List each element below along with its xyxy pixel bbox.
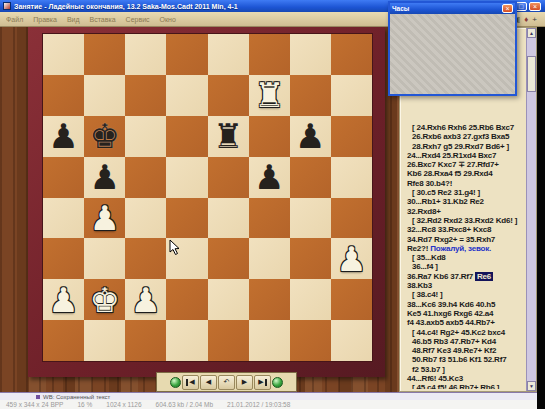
white-pawn-piece[interactable]: ♟ [48, 281, 78, 319]
square-h6[interactable] [331, 116, 372, 157]
move-text[interactable]: [ 35...Kd8 [412, 253, 446, 262]
move-text[interactable]: 46.b5 Rb3 47.Rb7+ Kd4 [412, 337, 496, 346]
move-text[interactable]: f4 43.axb5 axb5 44.Rb7+ [407, 318, 495, 327]
move-text[interactable]: [ 45.c4 f5! 46.Rb7+ Rb6 ] [412, 383, 499, 389]
square-f1[interactable] [249, 320, 290, 361]
notation-line[interactable]: 48.Rf7 Ke3 49.Re7+ Kf2 [400, 346, 525, 355]
marker-icon[interactable]: ♦ [524, 15, 528, 24]
current-move-highlight[interactable]: Re6 [475, 272, 493, 281]
engine-orb-button[interactable] [170, 377, 181, 388]
notation-line[interactable]: [ 30.c5 Re2 31.g4! ] [400, 188, 525, 197]
move-text[interactable]: [ 38.c4! ] [412, 290, 442, 299]
square-a5[interactable] [43, 157, 84, 198]
move-text[interactable]: [ 30.c5 Re2 31.g4! ] [412, 188, 480, 197]
notation-line[interactable]: 36...f4 ] [400, 262, 525, 271]
square-g6[interactable]: ♟ [290, 116, 331, 157]
notation-line[interactable]: Re2?! Пожалуй, зевок. [400, 244, 525, 253]
move-text[interactable]: 26.Rxb6 axb3 27.gxf3 Bxa5 [412, 132, 509, 141]
move-text[interactable]: 38...Kc6 39.h4 Kd6 40.h5 [407, 300, 495, 309]
notation-line[interactable]: 26.Rxb6 axb3 27.gxf3 Bxa5 [400, 132, 525, 141]
square-e8[interactable] [208, 34, 249, 75]
black-pawn-piece[interactable]: ♟ [254, 158, 284, 196]
black-rook-piece[interactable]: ♜ [213, 117, 243, 155]
square-f8[interactable] [249, 34, 290, 75]
close-icon[interactable]: × [502, 4, 513, 13]
engine-orb-button-2[interactable] [272, 377, 283, 388]
square-f3[interactable] [249, 238, 290, 279]
move-text[interactable]: 28.Rxh7 g5 29.Rxd7 Bd6+ ] [412, 142, 509, 151]
white-pawn-piece[interactable]: ♟ [89, 199, 119, 237]
square-d6[interactable] [166, 116, 207, 157]
back-button[interactable]: ◀ [200, 375, 217, 390]
go-start-button[interactable]: ◀ [182, 375, 199, 390]
plus-icon[interactable]: + [532, 15, 537, 24]
square-b1[interactable] [84, 320, 125, 361]
menu-items: ФайлПравкаВидВставкаСервисОкно [0, 16, 408, 23]
black-pawn-piece[interactable]: ♟ [48, 117, 78, 155]
square-a8[interactable] [43, 34, 84, 75]
move-text[interactable]: 30...Rb1+ 31.Kb2 Re2 [407, 197, 484, 206]
move-text[interactable]: 32...Rc8 33.Rxc8+ Kxc8 [407, 225, 491, 234]
notation-line[interactable]: [ 45.c4 f5! 46.Rb7+ Rb6 ] [400, 383, 525, 389]
menu-item-сервис[interactable]: Сервис [126, 16, 150, 23]
square-f6[interactable] [249, 116, 290, 157]
white-pawn-piece[interactable]: ♟ [131, 281, 161, 319]
square-c8[interactable] [125, 34, 166, 75]
comment-text[interactable]: Пожалуй, зевок. [430, 244, 491, 253]
square-b3[interactable] [84, 238, 125, 279]
square-b7[interactable] [84, 75, 125, 116]
square-g4[interactable] [290, 198, 331, 239]
square-c5[interactable] [125, 157, 166, 198]
square-b8[interactable] [84, 34, 125, 75]
square-g8[interactable] [290, 34, 331, 75]
scroll-down-arrow-icon[interactable]: ▼ [527, 381, 536, 391]
move-text[interactable]: Ke5 41.hxg6 Rxg6 42.a4 [407, 309, 493, 318]
clock-window-title: Часы [392, 5, 502, 12]
status-segment: 1024 x 1126 [106, 401, 141, 408]
move-text[interactable]: 24...Rxd4 25.R1xd4 Bxc7 [407, 151, 496, 160]
notation-line[interactable]: 24...Rxd4 25.R1xd4 Bxc7 [400, 151, 525, 160]
notation-line[interactable]: 30...Rb1+ 31.Kb2 Re2 [400, 197, 525, 206]
square-e4[interactable] [208, 198, 249, 239]
square-h1[interactable] [331, 320, 372, 361]
move-text[interactable]: 48.Rf7 Ke3 49.Re7+ Kf2 [412, 346, 496, 355]
menu-item-вставка[interactable]: Вставка [90, 16, 116, 23]
square-b4[interactable]: ♟ [84, 198, 125, 239]
square-h5[interactable] [331, 157, 372, 198]
square-c4[interactable] [125, 198, 166, 239]
square-d2[interactable] [166, 279, 207, 320]
square-d7[interactable] [166, 75, 207, 116]
app-window: Занятие - Ладейные окончания, 13.2 Saka-… [0, 0, 545, 409]
notation-line[interactable]: Kb6 28.Rxa4 f5 29.Rxd4 [400, 169, 525, 178]
square-a3[interactable] [43, 238, 84, 279]
notation-line[interactable]: 26.Bxc7 Kxc7 ∓ 27.Rfd7+ [400, 160, 525, 169]
square-h4[interactable] [331, 198, 372, 239]
notation-line[interactable]: [ 24.Rxh6 Rxh6 25.Rb6 Bxc7 [400, 123, 525, 132]
move-text[interactable]: Rfe8 30.b4?! [407, 179, 452, 188]
notation-line[interactable]: 28.Rxh7 g5 29.Rxd7 Bd6+ ] [400, 142, 525, 151]
letterbox-strip [537, 27, 545, 409]
menu-item-окно[interactable]: Окно [160, 16, 176, 23]
white-pawn-piece[interactable]: ♟ [336, 240, 366, 278]
notation-line[interactable]: 38...Kc6 39.h4 Kd6 40.h5 [400, 300, 525, 309]
move-text[interactable]: Kb6 28.Rxa4 f5 29.Rxd4 [407, 169, 492, 178]
black-king-piece[interactable]: ♚ [89, 117, 119, 155]
square-g3[interactable] [290, 238, 331, 279]
go-end-button[interactable]: ▶ [254, 375, 271, 390]
square-f7[interactable]: ♜ [249, 75, 290, 116]
move-text[interactable]: 34.Rd7 Rxg2+ = 35.Rxh7 [407, 235, 495, 244]
square-e5[interactable] [208, 157, 249, 198]
move-text[interactable]: 26.Bxc7 Kxc7 ∓ 27.Rfd7+ [407, 160, 499, 169]
status-segment: 604.63 kb / 2.04 Mb [156, 401, 213, 408]
move-text[interactable]: 36...f4 ] [412, 262, 438, 271]
square-h2[interactable] [331, 279, 372, 320]
square-h3[interactable]: ♟ [331, 238, 372, 279]
move-list[interactable]: [ 24.Rxh6 Rxh6 25.Rb6 Bxc726.Rxb6 axb3 2… [400, 123, 525, 389]
mouse-cursor [169, 239, 181, 256]
square-c3[interactable] [125, 238, 166, 279]
notation-line[interactable]: Ke5 41.hxg6 Rxg6 42.a4 [400, 309, 525, 318]
square-h7[interactable] [331, 75, 372, 116]
board-nav-toolbar: ◀◀↶▶▶ [156, 372, 297, 392]
move-text[interactable]: 44...Rf6! 45.Kc3 [407, 374, 463, 383]
notation-line[interactable]: 50.Rb7 f3 51.b6 Kf1 52.Rf7 [400, 355, 525, 364]
square-e6[interactable]: ♜ [208, 116, 249, 157]
notation-scrollbar[interactable]: ▲ ▼ [526, 28, 536, 391]
square-f2[interactable] [249, 279, 290, 320]
square-h8[interactable] [331, 34, 372, 75]
square-e1[interactable] [208, 320, 249, 361]
menu-item-файл[interactable]: Файл [6, 16, 23, 23]
menu-item-вид[interactable]: Вид [67, 16, 80, 23]
square-e2[interactable] [208, 279, 249, 320]
notation-line[interactable]: 36.Ra7 Kb6 37.Rf7 Re6 [400, 272, 525, 281]
notation-line[interactable]: 34.Rd7 Rxg2+ = 35.Rxh7 [400, 235, 525, 244]
white-king-piece[interactable]: ♚ [89, 281, 119, 319]
move-text[interactable]: [ 32.Rd2 Rxd2 33.Rxd2 Kd6! ] [412, 216, 517, 225]
square-c2[interactable]: ♟ [125, 279, 166, 320]
notation-line[interactable]: [ 32.Rd2 Rxd2 33.Rxd2 Kd6! ] [400, 216, 525, 225]
square-g1[interactable] [290, 320, 331, 361]
move-text[interactable]: [ 44.c4! Rg2+ 45.Kc2 bxc4 [412, 328, 505, 337]
status-text: WB: Сохраненный текст [43, 394, 110, 400]
square-f5[interactable]: ♟ [249, 157, 290, 198]
close-button[interactable]: × [529, 2, 541, 11]
move-text[interactable]: f2 53.b7 ] [412, 365, 445, 374]
notation-line[interactable]: [ 35...Kd8 [400, 253, 525, 262]
square-b5[interactable]: ♟ [84, 157, 125, 198]
square-g2[interactable] [290, 279, 331, 320]
menu-item-правка[interactable]: Правка [33, 16, 57, 23]
notation-line[interactable]: f4 43.axb5 axb5 44.Rb7+ [400, 318, 525, 327]
clock-window-body [390, 14, 515, 94]
square-f4[interactable] [249, 198, 290, 239]
square-a7[interactable] [43, 75, 84, 116]
square-a1[interactable] [43, 320, 84, 361]
app-icon [3, 2, 11, 10]
chess-board-frame: ♜♟♚♜♟♟♟♟♟♟♚♟ [28, 27, 385, 377]
clock-window-titlebar[interactable]: Часы × [390, 3, 515, 14]
move-text[interactable]: 38.Kb3 [407, 281, 432, 290]
square-a2[interactable]: ♟ [43, 279, 84, 320]
move-text[interactable]: [ 24.Rxh6 Rxh6 25.Rb6 Bxc7 [412, 123, 514, 132]
notation-line[interactable]: 32.Rxd8+ [400, 207, 525, 216]
square-a4[interactable] [43, 198, 84, 239]
move-text[interactable]: Re2?! [407, 244, 430, 253]
square-e3[interactable] [208, 238, 249, 279]
notation-line[interactable]: 32...Rc8 33.Rxc8+ Kxc8 [400, 225, 525, 234]
notation-line[interactable]: [ 38.c4! ] [400, 290, 525, 299]
square-c6[interactable] [125, 116, 166, 157]
square-c1[interactable] [125, 320, 166, 361]
status-strip: WB: Сохраненный текст [0, 392, 537, 400]
scroll-up-arrow-icon[interactable]: ▲ [527, 28, 536, 38]
square-d5[interactable] [166, 157, 207, 198]
black-pawn-piece[interactable]: ♟ [89, 158, 119, 196]
square-d1[interactable] [166, 320, 207, 361]
notation-line[interactable]: f2 53.b7 ] [400, 365, 525, 374]
scroll-thumb[interactable] [527, 56, 536, 92]
square-a6[interactable]: ♟ [43, 116, 84, 157]
square-d8[interactable] [166, 34, 207, 75]
notation-line[interactable]: 38.Kb3 [400, 281, 525, 290]
move-text[interactable]: 50.Rb7 f3 51.b6 Kf1 52.Rf7 [412, 355, 506, 364]
black-pawn-piece[interactable]: ♟ [295, 117, 325, 155]
status-segment: 21.01.2012 / 19:03:58 [227, 401, 290, 408]
forward-button[interactable]: ▶ [236, 375, 253, 390]
chess-board[interactable]: ♜♟♚♜♟♟♟♟♟♟♚♟ [42, 33, 373, 362]
white-rook-piece[interactable]: ♜ [254, 76, 284, 114]
square-e7[interactable] [208, 75, 249, 116]
takeback-button[interactable]: ↶ [218, 375, 235, 390]
notation-line[interactable]: 44...Rf6! 45.Kc3 [400, 374, 525, 383]
notation-line[interactable]: [ 44.c4! Rg2+ 45.Kc2 bxc4 [400, 328, 525, 337]
square-b6[interactable]: ♚ [84, 116, 125, 157]
status-segment: 459 x 344 x 24 BPP [6, 401, 63, 408]
move-text[interactable]: 36.Ra7 Kb6 37.Rf7 [407, 272, 475, 281]
square-d4[interactable] [166, 198, 207, 239]
viewer-status-bar: 459 x 344 x 24 BPP16 %1024 x 1126604.63 … [0, 400, 537, 409]
square-c7[interactable] [125, 75, 166, 116]
status-segment: 16 % [77, 401, 92, 408]
move-text[interactable]: 32.Rxd8+ [407, 207, 441, 216]
notation-line[interactable]: 46.b5 Rb3 47.Rb7+ Kd4 [400, 337, 525, 346]
status-dot-icon [36, 395, 40, 399]
square-g5[interactable] [290, 157, 331, 198]
square-b2[interactable]: ♚ [84, 279, 125, 320]
clock-window: Часы × [388, 1, 517, 96]
square-g7[interactable] [290, 75, 331, 116]
notation-line[interactable]: Rfe8 30.b4?! [400, 179, 525, 188]
